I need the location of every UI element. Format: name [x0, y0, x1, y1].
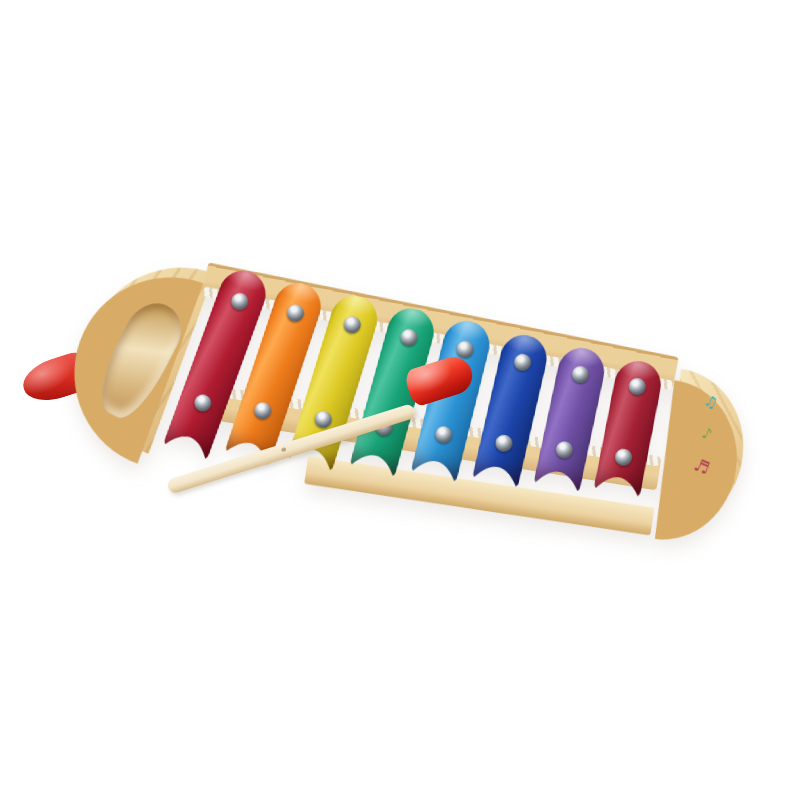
rivet — [554, 440, 574, 460]
rivet — [614, 448, 634, 468]
rivet — [570, 364, 590, 384]
teal-beamed-notes-icon: ♫ — [702, 393, 720, 412]
rivet — [434, 425, 455, 446]
rivet — [628, 377, 648, 397]
maroon-note-icon: ♬ — [691, 456, 712, 477]
rivet — [252, 400, 274, 422]
rivet — [494, 432, 514, 452]
rivet — [313, 409, 334, 430]
rivet — [228, 290, 250, 312]
green-eighth-note-icon: ♪ — [700, 425, 714, 442]
rivet — [398, 327, 419, 348]
rivet — [285, 302, 307, 324]
handle-cutout — [87, 293, 191, 426]
right-end-cap: ♫♪♬ — [661, 369, 752, 537]
rivet — [455, 339, 476, 360]
tone-bars — [123, 186, 800, 296]
rivet — [341, 314, 362, 335]
rivet — [191, 392, 213, 414]
product-photo: ♫♪♬ — [0, 0, 800, 800]
rivet — [513, 352, 533, 372]
